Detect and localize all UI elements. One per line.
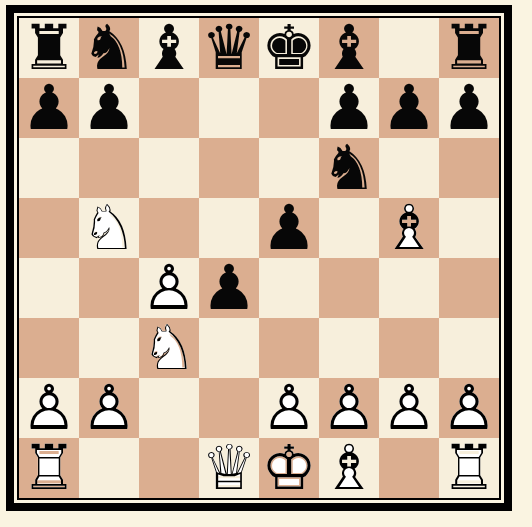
piece-fill-layer: ♟ [439, 378, 499, 438]
square-b8[interactable]: ♞ [79, 18, 139, 78]
piece-fill-layer: ♟ [379, 378, 439, 438]
square-c3[interactable]: ♞♘ [139, 318, 199, 378]
square-h5[interactable] [439, 198, 499, 258]
square-g6[interactable] [379, 138, 439, 198]
square-b6[interactable] [79, 138, 139, 198]
piece-fill-layer: ♛ [199, 438, 259, 498]
piece-fill-layer: ♟ [19, 378, 79, 438]
square-h7[interactable]: ♟ [439, 78, 499, 138]
square-c2[interactable] [139, 378, 199, 438]
square-h2[interactable]: ♟♙ [439, 378, 499, 438]
piece-black-bishop: ♝ [319, 18, 379, 78]
square-h1[interactable]: ♜♖ [439, 438, 499, 498]
piece-fill-layer: ♜ [19, 438, 79, 498]
square-d1[interactable]: ♛♕ [199, 438, 259, 498]
square-d7[interactable] [199, 78, 259, 138]
piece-fill-layer: ♟ [139, 258, 199, 318]
square-g2[interactable]: ♟♙ [379, 378, 439, 438]
piece-black-pawn: ♟ [319, 78, 379, 138]
piece-white-pawn: ♙ [139, 258, 199, 318]
piece-black-rook: ♜ [439, 18, 499, 78]
piece-white-pawn: ♙ [379, 378, 439, 438]
square-c8[interactable]: ♝ [139, 18, 199, 78]
piece-white-rook: ♖ [19, 438, 79, 498]
piece-white-rook: ♖ [439, 438, 499, 498]
piece-fill-layer: ♝ [379, 198, 439, 258]
square-c4[interactable]: ♟♙ [139, 258, 199, 318]
square-g3[interactable] [379, 318, 439, 378]
square-b5[interactable]: ♞♘ [79, 198, 139, 258]
piece-white-bishop: ♗ [379, 198, 439, 258]
piece-black-rook: ♜ [19, 18, 79, 78]
square-g1[interactable] [379, 438, 439, 498]
square-f3[interactable] [319, 318, 379, 378]
square-d4[interactable]: ♟ [199, 258, 259, 318]
square-h3[interactable] [439, 318, 499, 378]
square-c1[interactable] [139, 438, 199, 498]
piece-fill-layer: ♞ [139, 318, 199, 378]
piece-black-pawn: ♟ [259, 198, 319, 258]
square-a3[interactable] [19, 318, 79, 378]
square-b1[interactable] [79, 438, 139, 498]
piece-black-pawn: ♟ [379, 78, 439, 138]
chess-board: ♜♞♝♛♚♝♜♟♟♟♟♟♞♞♘♟♝♗♟♙♟♞♘♟♙♟♙♟♙♟♙♟♙♟♙♜♖♛♕♚… [19, 18, 499, 498]
square-e3[interactable] [259, 318, 319, 378]
piece-white-bishop: ♗ [319, 438, 379, 498]
square-h6[interactable] [439, 138, 499, 198]
piece-black-knight: ♞ [319, 138, 379, 198]
square-h8[interactable]: ♜ [439, 18, 499, 78]
piece-black-bishop: ♝ [139, 18, 199, 78]
square-f6[interactable]: ♞ [319, 138, 379, 198]
square-a7[interactable]: ♟ [19, 78, 79, 138]
square-b7[interactable]: ♟ [79, 78, 139, 138]
piece-fill-layer: ♜ [439, 438, 499, 498]
piece-black-knight: ♞ [79, 18, 139, 78]
square-d2[interactable] [199, 378, 259, 438]
square-f1[interactable]: ♝♗ [319, 438, 379, 498]
piece-black-pawn: ♟ [79, 78, 139, 138]
piece-white-king: ♔ [259, 438, 319, 498]
square-b4[interactable] [79, 258, 139, 318]
square-e4[interactable] [259, 258, 319, 318]
square-d8[interactable]: ♛ [199, 18, 259, 78]
piece-fill-layer: ♚ [259, 438, 319, 498]
square-a4[interactable] [19, 258, 79, 318]
square-h4[interactable] [439, 258, 499, 318]
piece-white-pawn: ♙ [319, 378, 379, 438]
square-g8[interactable] [379, 18, 439, 78]
square-c7[interactable] [139, 78, 199, 138]
piece-black-queen: ♛ [199, 18, 259, 78]
piece-white-pawn: ♙ [79, 378, 139, 438]
square-c6[interactable] [139, 138, 199, 198]
square-a2[interactable]: ♟♙ [19, 378, 79, 438]
piece-black-pawn: ♟ [439, 78, 499, 138]
square-d3[interactable] [199, 318, 259, 378]
square-e6[interactable] [259, 138, 319, 198]
square-a1[interactable]: ♜♖ [19, 438, 79, 498]
square-d5[interactable] [199, 198, 259, 258]
square-b3[interactable] [79, 318, 139, 378]
piece-white-pawn: ♙ [439, 378, 499, 438]
square-e5[interactable]: ♟ [259, 198, 319, 258]
square-e2[interactable]: ♟♙ [259, 378, 319, 438]
square-f7[interactable]: ♟ [319, 78, 379, 138]
square-g4[interactable] [379, 258, 439, 318]
piece-fill-layer: ♟ [319, 378, 379, 438]
square-a8[interactable]: ♜ [19, 18, 79, 78]
square-f4[interactable] [319, 258, 379, 318]
piece-fill-layer: ♟ [259, 378, 319, 438]
square-e7[interactable] [259, 78, 319, 138]
square-g7[interactable]: ♟ [379, 78, 439, 138]
piece-black-pawn: ♟ [199, 258, 259, 318]
piece-black-king: ♚ [259, 18, 319, 78]
chess-board-inner-border: ♜♞♝♛♚♝♜♟♟♟♟♟♞♞♘♟♝♗♟♙♟♞♘♟♙♟♙♟♙♟♙♟♙♟♙♜♖♛♕♚… [17, 16, 501, 500]
square-f5[interactable] [319, 198, 379, 258]
square-a6[interactable] [19, 138, 79, 198]
piece-white-pawn: ♙ [19, 378, 79, 438]
square-d6[interactable] [199, 138, 259, 198]
square-a5[interactable] [19, 198, 79, 258]
piece-white-knight: ♘ [139, 318, 199, 378]
square-c5[interactable] [139, 198, 199, 258]
square-f8[interactable]: ♝ [319, 18, 379, 78]
square-g5[interactable]: ♝♗ [379, 198, 439, 258]
piece-black-pawn: ♟ [19, 78, 79, 138]
square-e8[interactable]: ♚ [259, 18, 319, 78]
piece-fill-layer: ♝ [319, 438, 379, 498]
piece-fill-layer: ♟ [79, 378, 139, 438]
piece-white-queen: ♕ [199, 438, 259, 498]
square-e1[interactable]: ♚♔ [259, 438, 319, 498]
piece-white-knight: ♘ [79, 198, 139, 258]
square-f2[interactable]: ♟♙ [319, 378, 379, 438]
square-b2[interactable]: ♟♙ [79, 378, 139, 438]
piece-white-pawn: ♙ [259, 378, 319, 438]
chess-board-frame: ♜♞♝♛♚♝♜♟♟♟♟♟♞♞♘♟♝♗♟♙♟♞♘♟♙♟♙♟♙♟♙♟♙♟♙♜♖♛♕♚… [6, 5, 512, 511]
piece-fill-layer: ♞ [79, 198, 139, 258]
page-background: { "game": "chess", "position": { "fen": … [0, 0, 532, 527]
